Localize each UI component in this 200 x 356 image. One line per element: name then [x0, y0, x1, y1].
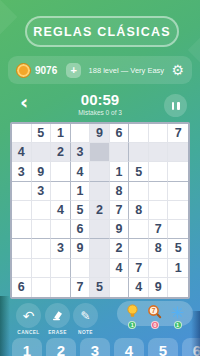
plus-icon: +: [71, 65, 77, 76]
cell-r2c9[interactable]: [168, 143, 188, 162]
cell-r9c7[interactable]: 4: [129, 278, 149, 297]
cell-r3c8[interactable]: [149, 162, 169, 181]
level-difficulty-label: 188 level — Very Easy: [81, 66, 171, 75]
snowflake-count-badge: 1: [174, 321, 182, 329]
page-title-text: REGLAS CLÁSICAS: [33, 25, 170, 39]
page-title: REGLAS CLÁSICAS: [25, 16, 179, 47]
background-shade: [0, 296, 10, 356]
cell-r6c1[interactable]: [12, 220, 32, 239]
pause-icon: [172, 102, 175, 110]
cell-r3c2[interactable]: 9: [32, 162, 52, 181]
cell-r9c3[interactable]: [51, 278, 71, 297]
cell-r7c6[interactable]: 2: [110, 239, 130, 258]
cell-r5c8[interactable]: [149, 201, 169, 220]
find-number-count-badge: 0: [151, 321, 159, 329]
pause-button[interactable]: [164, 94, 187, 117]
cell-r5c6[interactable]: 7: [110, 201, 130, 220]
pencil-icon: ✎: [80, 310, 90, 322]
cell-r6c2[interactable]: [32, 220, 52, 239]
cell-r4c8[interactable]: [149, 182, 169, 201]
undo-icon: ↶: [23, 309, 35, 323]
cell-r5c5[interactable]: 2: [90, 201, 110, 220]
cell-r7c3[interactable]: 3: [51, 239, 71, 258]
hint-bulb-count-badge: 1: [128, 321, 136, 329]
cell-r1c5[interactable]: 9: [90, 124, 110, 143]
cell-r3c6[interactable]: 1: [110, 162, 130, 181]
cell-r8c4[interactable]: [71, 259, 91, 278]
cell-r8c5[interactable]: [90, 259, 110, 278]
cell-r4c5[interactable]: [90, 182, 110, 201]
numpad-1[interactable]: 1: [12, 338, 42, 356]
cell-r6c7[interactable]: [129, 220, 149, 239]
cell-r6c5[interactable]: [90, 220, 110, 239]
cell-r6c8[interactable]: 7: [149, 220, 169, 239]
cell-r2c6[interactable]: [110, 143, 130, 162]
cell-r4c2[interactable]: 3: [32, 182, 52, 201]
cell-r7c5[interactable]: [90, 239, 110, 258]
cell-r3c5[interactable]: [90, 162, 110, 181]
erase-button[interactable]: [45, 303, 70, 328]
cell-r4c3[interactable]: [51, 182, 71, 201]
notes-button[interactable]: ✎: [73, 303, 98, 328]
pause-icon: [177, 102, 180, 110]
cell-r5c4[interactable]: 5: [71, 201, 91, 220]
cell-r9c2[interactable]: [32, 278, 52, 297]
cell-r7c7[interactable]: [129, 239, 149, 258]
cell-r9c9[interactable]: [168, 278, 188, 297]
cell-r6c6[interactable]: 9: [110, 220, 130, 239]
cell-r4c9[interactable]: [168, 182, 188, 201]
cell-r4c1[interactable]: [12, 182, 32, 201]
cell-r9c6[interactable]: [110, 278, 130, 297]
cell-r6c4[interactable]: 6: [71, 220, 91, 239]
cell-r7c4[interactable]: 9: [71, 239, 91, 258]
cell-r8c1[interactable]: [12, 259, 32, 278]
svg-text:7: 7: [152, 307, 156, 314]
sudoku-grid: 5196742339415318452786973928547167549: [10, 122, 190, 299]
cell-r5c9[interactable]: [168, 201, 188, 220]
cell-r9c1[interactable]: 6: [12, 278, 32, 297]
cell-r7c8[interactable]: 8: [149, 239, 169, 258]
cell-r6c9[interactable]: [168, 220, 188, 239]
cell-r2c3[interactable]: 2: [51, 143, 71, 162]
booster-tray: 1701: [117, 301, 193, 326]
cell-r5c7[interactable]: 8: [129, 201, 149, 220]
cell-r3c7[interactable]: 5: [129, 162, 149, 181]
cell-r8c7[interactable]: 7: [129, 259, 149, 278]
cell-r2c2[interactable]: [32, 143, 52, 162]
cell-r1c4[interactable]: [71, 124, 91, 143]
gear-icon[interactable]: ⚙: [171, 63, 184, 77]
top-bar: 9076 + 188 level — Very Easy ⚙: [8, 56, 192, 84]
cell-r5c2[interactable]: [32, 201, 52, 220]
cell-r8c6[interactable]: 4: [110, 259, 130, 278]
numpad-2[interactable]: 2: [46, 338, 76, 356]
coin-icon: [16, 63, 31, 78]
cell-r8c8[interactable]: [149, 259, 169, 278]
cell-r1c3[interactable]: 1: [51, 124, 71, 143]
cell-r7c9[interactable]: 5: [168, 239, 188, 258]
cell-r1c1[interactable]: [12, 124, 32, 143]
cell-r9c5[interactable]: 5: [90, 278, 110, 297]
cell-r1c8[interactable]: [149, 124, 169, 143]
cell-r3c9[interactable]: [168, 162, 188, 181]
cell-r2c7[interactable]: [129, 143, 149, 162]
cell-r7c1[interactable]: [12, 239, 32, 258]
eraser-icon: [51, 306, 64, 325]
cell-r1c6[interactable]: 6: [110, 124, 130, 143]
cell-r2c8[interactable]: [149, 143, 169, 162]
background-deco: [0, 0, 17, 35]
cell-r4c6[interactable]: 8: [110, 182, 130, 201]
cell-r8c2[interactable]: [32, 259, 52, 278]
cell-r1c9[interactable]: 7: [168, 124, 188, 143]
notes-label: NOTE: [66, 330, 106, 335]
add-coins-button[interactable]: +: [66, 63, 81, 78]
numpad: 123456789: [12, 338, 200, 356]
undo-button[interactable]: ↶: [16, 303, 41, 328]
cell-r8c3[interactable]: [51, 259, 71, 278]
cell-r1c7[interactable]: [129, 124, 149, 143]
numpad-3[interactable]: 3: [80, 338, 110, 356]
cell-r2c1[interactable]: 4: [12, 143, 32, 162]
cell-r6c3[interactable]: [51, 220, 71, 239]
cell-r7c2[interactable]: [32, 239, 52, 258]
cell-r2c5[interactable]: [90, 143, 110, 162]
cell-r2c4[interactable]: 3: [71, 143, 91, 162]
find-number-booster[interactable]: 70: [147, 305, 163, 323]
numpad-4[interactable]: 4: [114, 338, 144, 356]
cell-r3c1[interactable]: 3: [12, 162, 32, 181]
cell-r9c8[interactable]: 9: [149, 278, 169, 297]
cell-r5c3[interactable]: 4: [51, 201, 71, 220]
cell-r9c4[interactable]: 7: [71, 278, 91, 297]
coin-balance: 9076: [35, 65, 57, 76]
cell-r1c2[interactable]: 5: [32, 124, 52, 143]
numpad-5[interactable]: 5: [148, 338, 178, 356]
cell-r8c9[interactable]: 1: [168, 259, 188, 278]
cell-r3c4[interactable]: 4: [71, 162, 91, 181]
cell-r3c3[interactable]: [51, 162, 71, 181]
cell-r4c4[interactable]: 1: [71, 182, 91, 201]
hint-bulb-booster[interactable]: 1: [124, 305, 140, 323]
snowflake-booster[interactable]: 1: [170, 305, 186, 323]
sudoku-app-screen: REGLAS CLÁSICAS 9076 + 188 level — Very …: [0, 0, 200, 356]
cell-r4c7[interactable]: [129, 182, 149, 201]
cell-r5c1[interactable]: [12, 201, 32, 220]
background-shade: [191, 311, 200, 356]
